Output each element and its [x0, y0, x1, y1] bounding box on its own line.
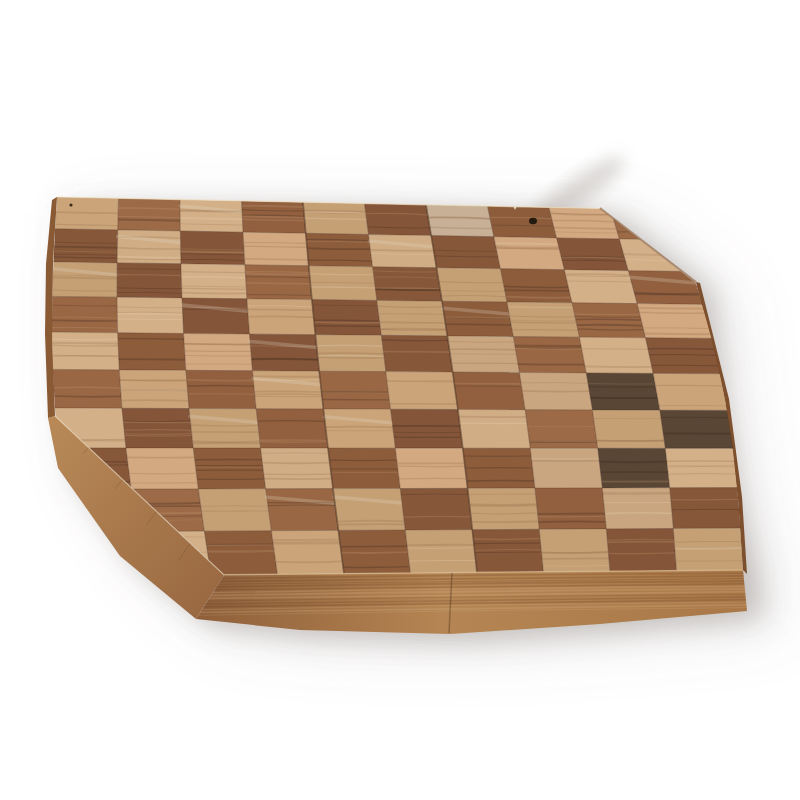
nail-hole [529, 218, 537, 224]
checkerboard-photo [0, 0, 800, 800]
wood-speck [69, 203, 72, 206]
photo-canvas [0, 0, 800, 800]
